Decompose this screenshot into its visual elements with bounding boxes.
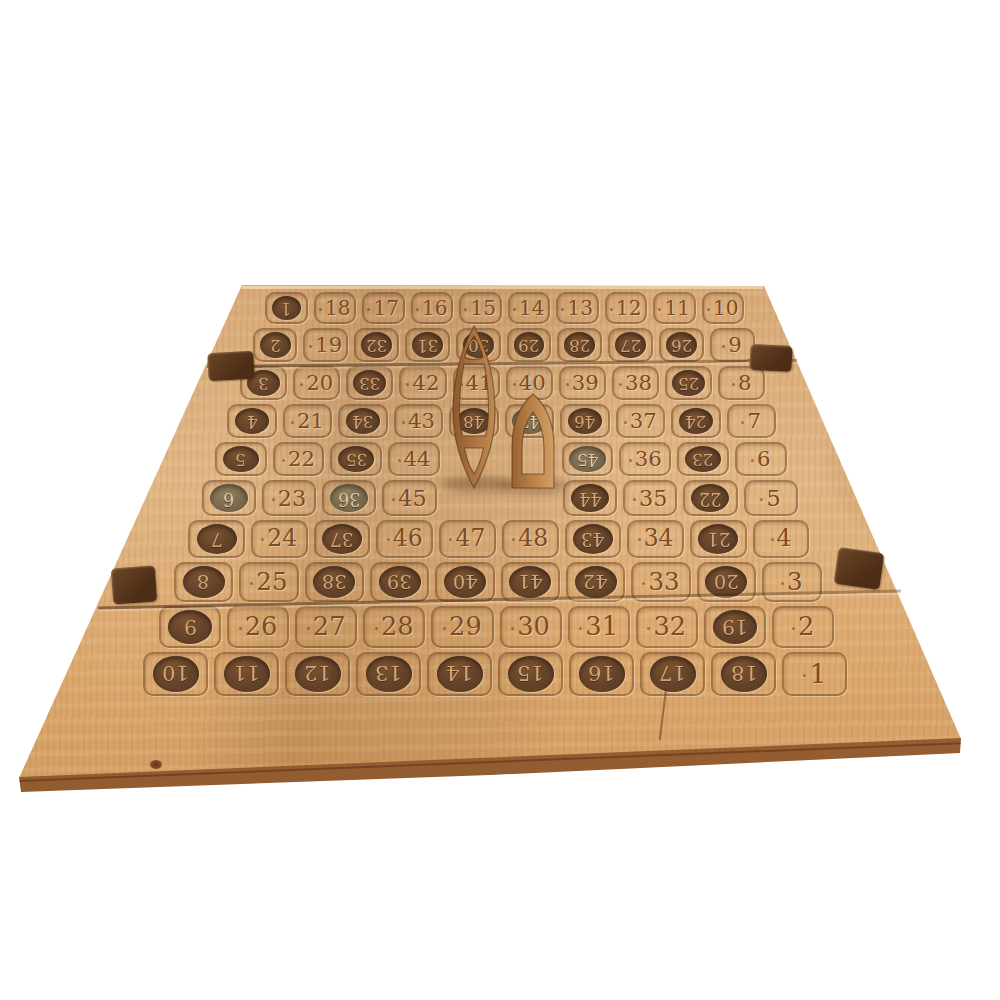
dark-oval: 18 [721, 656, 767, 691]
cell-r10c7-north-16[interactable]: 16 [566, 650, 637, 698]
square-number: 28 [375, 614, 414, 640]
square-number: 39 [566, 372, 599, 393]
engraved-outline: 14 [427, 652, 492, 696]
cell-r6c4-south-45[interactable]: 45 [379, 478, 439, 518]
cell-r4c2-south-21[interactable]: 21 [280, 402, 335, 440]
engraver-dot [732, 383, 735, 386]
cell-r3c9-north-25[interactable]: 25 [662, 364, 715, 402]
dark-oval: 21 [698, 524, 738, 554]
engraved-outline: 27 [608, 328, 653, 362]
engraved-outline: 19 [704, 606, 766, 648]
dark-oval: 29 [514, 332, 545, 358]
oval-number-flipped: 6 [223, 489, 234, 507]
dark-oval: 35 [338, 446, 374, 472]
engraved-outline: 2 [253, 328, 298, 362]
cell-r7c8-south-34[interactable]: 34 [624, 518, 687, 560]
cell-r5c9-north-23[interactable]: 23 [674, 440, 732, 478]
engraved-square: 15 [459, 292, 502, 324]
oval-number-flipped: 11 [233, 663, 260, 684]
oval-number-flipped: 4 [247, 413, 258, 430]
cell-r5c4-south-44[interactable]: 44 [385, 440, 443, 478]
cell-r1c9-south-11[interactable]: 11 [650, 290, 699, 326]
engraved-outline: 8 [174, 562, 233, 602]
square-number: 22 [282, 448, 315, 469]
oval-number-flipped: 14 [446, 663, 473, 684]
engraver-dot [512, 538, 515, 541]
engraved-outline: 21 [690, 520, 747, 558]
engraved-square: 17 [362, 292, 405, 324]
oval-number-flipped: 21 [707, 530, 731, 548]
engraved-outline: 13 [356, 652, 421, 696]
square-number: 34 [638, 527, 674, 551]
hinge-lower-right [834, 547, 885, 590]
square-number: 2 [792, 614, 814, 640]
engraved-outline: 16 [569, 652, 634, 696]
dark-oval: 5 [223, 446, 259, 472]
dark-oval: 10 [153, 656, 199, 691]
dark-oval: 34 [346, 408, 381, 434]
cell-r4c9-north-24[interactable]: 24 [668, 402, 723, 440]
dark-oval: 6 [210, 484, 248, 512]
cell-r4c8-south-37[interactable]: 37 [613, 402, 668, 440]
square-number: 17 [367, 298, 399, 318]
cell-r6c8-south-35[interactable]: 35 [620, 478, 680, 518]
cell-r6c3-north-36[interactable]: 36 [319, 478, 379, 518]
engraved-square: 16 [411, 292, 454, 324]
engraved-outline: 4 [227, 404, 276, 438]
oval-number-flipped: 27 [620, 337, 641, 354]
engraved-outline: 28 [557, 328, 602, 362]
engraver-dot [619, 383, 622, 386]
oval-number-flipped: 13 [375, 663, 402, 684]
cell-r10c8-north-17[interactable]: 17 [637, 650, 708, 698]
engraved-square: 35 [623, 480, 677, 516]
oval-number-flipped: 43 [581, 530, 605, 548]
engraved-square: 25 [239, 562, 298, 602]
engraved-outline: 29 [507, 328, 552, 362]
cell-r8c4-north-39[interactable]: 39 [367, 560, 432, 604]
engraved-square: 20 [293, 366, 340, 400]
oval-number-flipped: 20 [714, 572, 739, 591]
cell-r1c4-south-16[interactable]: 16 [408, 290, 457, 326]
cell-r8c1-north-8[interactable]: 8 [171, 560, 236, 604]
cell-r9c1-north-9[interactable]: 9 [156, 604, 224, 650]
cell-r7c5-south-47[interactable]: 47 [436, 518, 499, 560]
cell-r1c7-south-13[interactable]: 13 [553, 290, 602, 326]
cell-r7c9-north-21[interactable]: 21 [687, 518, 750, 560]
oval-number-flipped: 12 [304, 663, 331, 684]
pawn-small-arch[interactable] [502, 392, 564, 490]
engraver-dot [511, 627, 514, 630]
cell-r5c3-north-35[interactable]: 35 [327, 440, 385, 478]
square-number: 18 [319, 298, 351, 318]
square-number: 44 [398, 448, 431, 469]
cell-r10c4-north-13[interactable]: 13 [353, 650, 424, 698]
square-number: 21 [291, 410, 324, 431]
cell-r10c10-south-1[interactable]: 1 [779, 650, 850, 698]
square-number: 8 [732, 372, 752, 393]
cell-r2c1-north-2[interactable]: 2 [250, 326, 301, 364]
engraved-square: 4 [753, 520, 810, 558]
engraved-square: 32 [636, 606, 698, 648]
cell-r3c8-south-38[interactable]: 38 [609, 364, 662, 402]
engraved-outline: 7 [188, 520, 245, 558]
engraved-square: 18 [314, 292, 357, 324]
square-number: 20 [300, 372, 333, 393]
cell-r7c3-north-37[interactable]: 37 [311, 518, 374, 560]
dark-oval: 19 [713, 610, 757, 643]
engraver-dot [392, 498, 395, 501]
cell-r6c7-north-44[interactable]: 44 [560, 478, 620, 518]
oval-number-flipped: 22 [699, 489, 721, 507]
dark-oval: 36 [330, 484, 368, 512]
oval-number-flipped: 16 [588, 663, 615, 684]
square-number: 45 [392, 487, 427, 509]
dark-oval: 8 [183, 566, 225, 598]
dark-oval: 25 [672, 370, 705, 396]
dark-oval: 9 [168, 610, 212, 643]
dark-oval: 39 [379, 566, 421, 598]
engraver-dot [566, 383, 569, 386]
engraved-outline: 39 [370, 562, 429, 602]
cell-r6c1-north-6[interactable]: 6 [199, 478, 259, 518]
dark-oval: 15 [508, 656, 554, 691]
cell-r9c8-south-32[interactable]: 32 [633, 604, 701, 650]
square-number: 13 [561, 298, 593, 318]
engraved-square: 13 [556, 292, 599, 324]
square-number: 4 [771, 527, 792, 551]
cell-r10c1-north-10[interactable]: 10 [140, 650, 211, 698]
square-number: 1 [803, 661, 826, 688]
cell-r7c4-south-46[interactable]: 46 [373, 518, 436, 560]
square-number: 9 [722, 334, 742, 355]
engraved-square: 38 [612, 366, 659, 400]
square-number: 11 [658, 298, 690, 318]
engraved-outline: 12 [285, 652, 350, 696]
engraved-square: 27 [295, 606, 357, 648]
pawn-tall-boat[interactable] [442, 324, 506, 490]
cell-r4c1-north-4[interactable]: 4 [224, 402, 279, 440]
engraver-dot [291, 421, 294, 424]
engraved-outline: 38 [305, 562, 364, 602]
engraved-outline: 26 [659, 328, 704, 362]
cell-r9c9-north-19[interactable]: 19 [701, 604, 769, 650]
engraver-dot [272, 498, 275, 501]
square-number: 25 [250, 570, 287, 595]
cell-r5c8-south-36[interactable]: 36 [616, 440, 674, 478]
engraver-dot [579, 627, 582, 630]
cell-r9c7-south-31[interactable]: 31 [565, 604, 633, 650]
square-number: 5 [760, 487, 780, 509]
dark-oval: 40 [444, 566, 486, 598]
engraved-square: 14 [508, 292, 551, 324]
engraver-dot [707, 308, 710, 311]
dark-oval: 45 [569, 446, 605, 472]
cell-r2c8-north-27[interactable]: 27 [605, 326, 656, 364]
cell-r3c2-south-20[interactable]: 20 [290, 364, 343, 402]
engraved-square: 36 [619, 442, 671, 476]
engraved-outline: 15 [498, 652, 563, 696]
engraved-square: 1 [782, 652, 847, 696]
engraved-square: 39 [559, 366, 606, 400]
engraved-square: 29 [431, 606, 493, 648]
dark-oval: 7 [197, 524, 237, 554]
board-row-9: 926272829303132192 [156, 604, 837, 650]
oval-number-flipped: 26 [671, 337, 692, 354]
square-number: 35 [633, 487, 668, 509]
square-number: 23 [272, 487, 307, 509]
oval-number-flipped: 18 [731, 663, 758, 684]
dark-oval: 31 [412, 332, 443, 358]
engraved-square: 11 [653, 292, 696, 324]
engraver-dot [803, 674, 806, 677]
engraver-dot [443, 627, 446, 630]
cell-r1c6-south-14[interactable]: 14 [505, 290, 554, 326]
square-number: 32 [647, 614, 686, 640]
cell-r8c9-north-20[interactable]: 20 [694, 560, 759, 604]
engraved-square: 48 [502, 520, 559, 558]
engraver-dot [629, 459, 632, 462]
cell-r5c1-north-5[interactable]: 5 [212, 440, 270, 478]
oval-number-flipped: 41 [518, 572, 543, 591]
cell-r2c3-north-32[interactable]: 32 [351, 326, 402, 364]
square-number: 6 [751, 448, 771, 469]
cell-r8c10-south-3[interactable]: 3 [759, 560, 824, 604]
cell-r1c10-south-10[interactable]: 10 [699, 290, 748, 326]
engraver-dot [741, 421, 744, 424]
board-back-edge-highlight [242, 286, 763, 289]
engraved-square: 3 [762, 562, 821, 602]
cell-r7c7-north-43[interactable]: 43 [562, 518, 625, 560]
cell-r7c2-south-24[interactable]: 24 [248, 518, 311, 560]
engraved-outline: 1 [265, 292, 308, 324]
oval-number-flipped: 17 [659, 663, 686, 684]
cell-r2c9-north-26[interactable]: 26 [656, 326, 707, 364]
square-number: 15 [464, 298, 496, 318]
oval-number-flipped: 5 [235, 451, 246, 468]
dark-oval: 17 [650, 656, 696, 691]
engraved-square: 26 [227, 606, 289, 648]
cell-r9c4-south-28[interactable]: 28 [360, 604, 428, 650]
cell-r9c2-south-26[interactable]: 26 [224, 604, 292, 650]
engraver-dot [638, 538, 641, 541]
cell-r1c1-north-1[interactable]: 1 [262, 290, 311, 326]
cell-r5c10-south-6[interactable]: 6 [732, 440, 790, 478]
engraver-dot [416, 308, 419, 311]
square-number: 12 [610, 298, 642, 318]
cell-r1c8-south-12[interactable]: 12 [602, 290, 651, 326]
engraver-dot [300, 383, 303, 386]
dark-oval: 43 [573, 524, 613, 554]
cell-r4c10-south-7[interactable]: 7 [724, 402, 779, 440]
oval-number-flipped: 45 [577, 451, 598, 468]
cell-r10c6-north-15[interactable]: 15 [495, 650, 566, 698]
cell-r1c2-south-18[interactable]: 18 [311, 290, 360, 326]
dark-oval: 4 [235, 408, 270, 434]
square-number: 37 [624, 410, 657, 431]
engraved-square: 24 [251, 520, 308, 558]
engraver-dot [771, 538, 774, 541]
cell-r10c2-north-11[interactable]: 11 [211, 650, 282, 698]
engraved-outline: 32 [354, 328, 399, 362]
cell-r7c10-south-4[interactable]: 4 [750, 518, 813, 560]
cell-r9c3-south-27[interactable]: 27 [292, 604, 360, 650]
engraver-dot [402, 421, 405, 424]
engraver-dot [398, 459, 401, 462]
cell-r8c3-north-38[interactable]: 38 [302, 560, 367, 604]
engraver-dot [751, 459, 754, 462]
engraver-dot [610, 308, 613, 311]
engraved-square: 42 [399, 366, 446, 400]
engraved-outline: 22 [683, 480, 737, 516]
engraver-dot [513, 383, 516, 386]
engraver-dot [642, 582, 645, 585]
engraver-dot [792, 627, 795, 630]
square-number: 7 [741, 410, 761, 431]
engraver-dot [561, 308, 564, 311]
dark-oval: 42 [575, 566, 617, 598]
cell-r10c3-north-12[interactable]: 12 [282, 650, 353, 698]
engraved-square: 21 [283, 404, 332, 438]
dark-oval: 33 [353, 370, 386, 396]
oval-number-flipped: 31 [417, 337, 438, 354]
square-number: 46 [387, 527, 423, 551]
engraved-square: 2 [772, 606, 834, 648]
oval-number-flipped: 44 [579, 489, 601, 507]
cell-r7c6-south-48[interactable]: 48 [499, 518, 562, 560]
engraved-square: 34 [627, 520, 684, 558]
dark-oval: 38 [313, 566, 355, 598]
board-row-1: 1181716151413121110 [262, 290, 747, 326]
square-number: 16 [416, 298, 448, 318]
square-number: 3 [781, 570, 803, 595]
engraved-outline: 25 [665, 366, 712, 400]
dark-oval: 22 [691, 484, 729, 512]
cell-r9c10-south-2[interactable]: 2 [769, 604, 837, 650]
square-number: 48 [512, 527, 548, 551]
square-number: 47 [449, 527, 485, 551]
board-photo-stage: 1181716151413121110219323130292827269320… [0, 0, 1000, 1000]
cell-r2c7-north-28[interactable]: 28 [554, 326, 605, 364]
square-number: 33 [642, 570, 679, 595]
engraved-outline: 9 [159, 606, 221, 648]
cell-r9c6-south-30[interactable]: 30 [497, 604, 565, 650]
cell-r5c7-north-45[interactable]: 45 [559, 440, 617, 478]
engraver-dot [375, 627, 378, 630]
hinge-upper-left [207, 351, 254, 381]
cell-r4c7-north-46[interactable]: 46 [557, 402, 612, 440]
oval-number-flipped: 40 [453, 572, 478, 591]
engraved-square: 37 [616, 404, 665, 438]
square-number: 29 [443, 614, 482, 640]
dark-oval: 12 [295, 656, 341, 691]
engraved-square: 46 [376, 520, 433, 558]
cell-r2c6-north-29[interactable]: 29 [504, 326, 555, 364]
square-number: 10 [707, 298, 739, 318]
engraved-square: 8 [718, 366, 765, 400]
engraved-square: 28 [363, 606, 425, 648]
oval-number-flipped: 36 [338, 489, 360, 507]
dark-oval: 41 [509, 566, 551, 598]
engraved-square: 10 [702, 292, 745, 324]
oval-number-flipped: 10 [162, 663, 189, 684]
cell-r2c2-south-19[interactable]: 19 [300, 326, 351, 364]
engraved-outline: 44 [563, 480, 617, 516]
oval-number-flipped: 46 [574, 413, 595, 430]
dark-oval: 23 [685, 446, 721, 472]
square-number: 14 [513, 298, 545, 318]
engraved-outline: 46 [560, 404, 609, 438]
cell-r6c2-south-23[interactable]: 23 [259, 478, 319, 518]
engraved-outline: 17 [640, 652, 705, 696]
engraver-dot [367, 308, 370, 311]
cell-r4c3-north-34[interactable]: 34 [335, 402, 390, 440]
cell-r6c9-north-22[interactable]: 22 [680, 478, 740, 518]
hinge-lower-left [111, 566, 157, 605]
engraver-dot [406, 383, 409, 386]
engraver-dot [760, 498, 763, 501]
engraved-square: 43 [394, 404, 443, 438]
cell-r10c9-north-18[interactable]: 18 [708, 650, 779, 698]
dark-oval: 24 [679, 408, 714, 434]
engraved-square: 22 [273, 442, 325, 476]
engraver-dot [387, 538, 390, 541]
cell-r10c5-north-14[interactable]: 14 [424, 650, 495, 698]
cell-r1c5-south-15[interactable]: 15 [456, 290, 505, 326]
dark-oval: 46 [568, 408, 603, 434]
cell-r5c2-south-22[interactable]: 22 [270, 440, 328, 478]
cell-r7c1-north-7[interactable]: 7 [185, 518, 248, 560]
dark-oval: 11 [224, 656, 270, 691]
oval-number-flipped: 28 [569, 337, 590, 354]
dark-oval: 32 [361, 332, 392, 358]
oval-number-flipped: 2 [270, 337, 281, 354]
engraved-square: 47 [439, 520, 496, 558]
oval-number-flipped: 25 [678, 375, 699, 392]
dark-oval: 16 [579, 656, 625, 691]
cell-r3c3-north-33[interactable]: 33 [343, 364, 396, 402]
engraver-dot [647, 627, 650, 630]
engraved-outline: 6 [202, 480, 256, 516]
board-row-10: 1011121314151617181 [140, 650, 850, 698]
engraver-dot [513, 308, 516, 311]
cell-r4c4-south-43[interactable]: 43 [391, 402, 446, 440]
engraver-dot [282, 459, 285, 462]
dark-oval: 44 [571, 484, 609, 512]
cell-r8c2-south-25[interactable]: 25 [236, 560, 301, 604]
hinge-upper-right [749, 344, 792, 372]
wood-knot [150, 760, 162, 769]
engraved-square: 6 [735, 442, 787, 476]
engraver-dot [624, 421, 627, 424]
engraved-square: 45 [382, 480, 436, 516]
oval-number-flipped: 3 [258, 375, 269, 392]
engraver-dot [250, 582, 253, 585]
cell-r9c5-south-29[interactable]: 29 [428, 604, 496, 650]
dark-oval: 26 [666, 332, 697, 358]
cell-r1c3-south-17[interactable]: 17 [359, 290, 408, 326]
engraver-dot [261, 538, 264, 541]
engraved-outline: 40 [435, 562, 494, 602]
oval-number-flipped: 24 [685, 413, 706, 430]
engraved-outline: 37 [314, 520, 371, 558]
cell-r6c10-south-5[interactable]: 5 [741, 478, 801, 518]
dark-oval: 2 [260, 332, 291, 358]
oval-number-flipped: 8 [197, 572, 209, 591]
square-number: 26 [239, 614, 278, 640]
oval-number-flipped: 15 [517, 663, 544, 684]
engraver-dot [307, 627, 310, 630]
